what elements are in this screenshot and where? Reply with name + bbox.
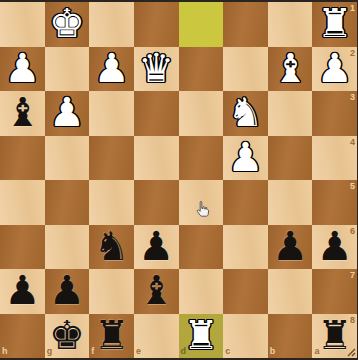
- piece-black-pawn-h7[interactable]: ♟: [4, 268, 40, 312]
- square-d4[interactable]: [179, 136, 224, 181]
- square-c3[interactable]: ♞: [223, 91, 268, 136]
- square-h3[interactable]: ♝: [0, 91, 45, 136]
- square-b8[interactable]: b: [268, 314, 313, 359]
- square-g1[interactable]: ♚: [45, 2, 90, 47]
- square-d5[interactable]: [179, 180, 224, 225]
- square-b5[interactable]: [268, 180, 313, 225]
- square-c4[interactable]: ♟: [223, 136, 268, 181]
- square-b2[interactable]: ♝: [268, 47, 313, 92]
- square-b3[interactable]: [268, 91, 313, 136]
- square-h1[interactable]: [0, 2, 45, 47]
- square-h2[interactable]: ♟: [0, 47, 45, 92]
- square-f4[interactable]: [89, 136, 134, 181]
- piece-white-bishop-b2[interactable]: ♝: [272, 46, 308, 90]
- piece-white-pawn-a2[interactable]: ♟: [317, 46, 353, 90]
- square-f5[interactable]: [89, 180, 134, 225]
- square-b1[interactable]: [268, 2, 313, 47]
- piece-white-knight-c3[interactable]: ♞: [228, 90, 264, 134]
- rank-label-4: 4: [350, 138, 355, 147]
- piece-black-bishop-e7[interactable]: ♝: [138, 268, 174, 312]
- square-e8[interactable]: e: [134, 314, 179, 359]
- square-d3[interactable]: [179, 91, 224, 136]
- square-h4[interactable]: [0, 136, 45, 181]
- square-e4[interactable]: [134, 136, 179, 181]
- square-a5[interactable]: 5: [312, 180, 357, 225]
- square-h8[interactable]: h: [0, 314, 45, 359]
- piece-black-pawn-g7[interactable]: ♟: [49, 268, 85, 312]
- piece-white-pawn-h2[interactable]: ♟: [4, 46, 40, 90]
- square-a7[interactable]: 7: [312, 269, 357, 314]
- square-b6[interactable]: ♟: [268, 225, 313, 270]
- piece-black-bishop-h3[interactable]: ♝: [4, 90, 40, 134]
- square-c1[interactable]: [223, 2, 268, 47]
- square-g8[interactable]: g♚: [45, 314, 90, 359]
- square-h7[interactable]: ♟: [0, 269, 45, 314]
- chess-board: ♚1♜♟♟♛♝2♟♝♟♞3♟45♞♟♟6♟♟♟♝7hg♚f♜ed♜cb8a♜: [0, 2, 357, 358]
- piece-white-pawn-c4[interactable]: ♟: [228, 135, 264, 179]
- square-a4[interactable]: 4: [312, 136, 357, 181]
- square-c8[interactable]: c: [223, 314, 268, 359]
- square-h5[interactable]: [0, 180, 45, 225]
- square-c6[interactable]: [223, 225, 268, 270]
- square-e5[interactable]: [134, 180, 179, 225]
- square-e3[interactable]: [134, 91, 179, 136]
- square-e6[interactable]: ♟: [134, 225, 179, 270]
- square-g2[interactable]: [45, 47, 90, 92]
- square-d7[interactable]: [179, 269, 224, 314]
- square-d8[interactable]: d♜: [179, 314, 224, 359]
- piece-black-pawn-e6[interactable]: ♟: [138, 224, 174, 268]
- square-c7[interactable]: [223, 269, 268, 314]
- square-f1[interactable]: [89, 2, 134, 47]
- square-b4[interactable]: [268, 136, 313, 181]
- square-a6[interactable]: 6♟: [312, 225, 357, 270]
- square-e2[interactable]: ♛: [134, 47, 179, 92]
- file-label-c: c: [225, 347, 230, 356]
- file-label-b: b: [270, 347, 276, 356]
- piece-white-pawn-f2[interactable]: ♟: [94, 46, 130, 90]
- square-h6[interactable]: [0, 225, 45, 270]
- rank-label-7: 7: [350, 271, 355, 280]
- rank-label-5: 5: [350, 182, 355, 191]
- square-d6[interactable]: [179, 225, 224, 270]
- square-a3[interactable]: 3: [312, 91, 357, 136]
- square-a2[interactable]: 2♟: [312, 47, 357, 92]
- square-f2[interactable]: ♟: [89, 47, 134, 92]
- square-e1[interactable]: [134, 2, 179, 47]
- square-f3[interactable]: [89, 91, 134, 136]
- piece-white-pawn-g3[interactable]: ♟: [49, 90, 85, 134]
- piece-black-king-g8[interactable]: ♚: [49, 313, 85, 357]
- square-f8[interactable]: f♜: [89, 314, 134, 359]
- board-resize-handle[interactable]: [345, 346, 356, 357]
- square-d1[interactable]: [179, 2, 224, 47]
- square-g3[interactable]: ♟: [45, 91, 90, 136]
- square-d2[interactable]: [179, 47, 224, 92]
- square-c2[interactable]: [223, 47, 268, 92]
- square-f6[interactable]: ♞: [89, 225, 134, 270]
- piece-black-pawn-b6[interactable]: ♟: [272, 224, 308, 268]
- square-g6[interactable]: [45, 225, 90, 270]
- piece-black-rook-f8[interactable]: ♜: [94, 313, 130, 357]
- square-g7[interactable]: ♟: [45, 269, 90, 314]
- square-e7[interactable]: ♝: [134, 269, 179, 314]
- piece-white-rook-a1[interactable]: ♜: [317, 1, 353, 45]
- square-c5[interactable]: [223, 180, 268, 225]
- file-label-h: h: [2, 347, 8, 356]
- square-g4[interactable]: [45, 136, 90, 181]
- rank-label-3: 3: [350, 93, 355, 102]
- square-a1[interactable]: 1♜: [312, 2, 357, 47]
- piece-white-rook-d8[interactable]: ♜: [183, 313, 219, 357]
- file-label-e: e: [136, 347, 141, 356]
- square-g5[interactable]: [45, 180, 90, 225]
- square-b7[interactable]: [268, 269, 313, 314]
- square-f7[interactable]: [89, 269, 134, 314]
- piece-black-knight-f6[interactable]: ♞: [94, 224, 130, 268]
- piece-white-king-g1[interactable]: ♚: [49, 1, 85, 45]
- piece-white-queen-e2[interactable]: ♛: [138, 46, 174, 90]
- piece-black-pawn-a6[interactable]: ♟: [317, 224, 353, 268]
